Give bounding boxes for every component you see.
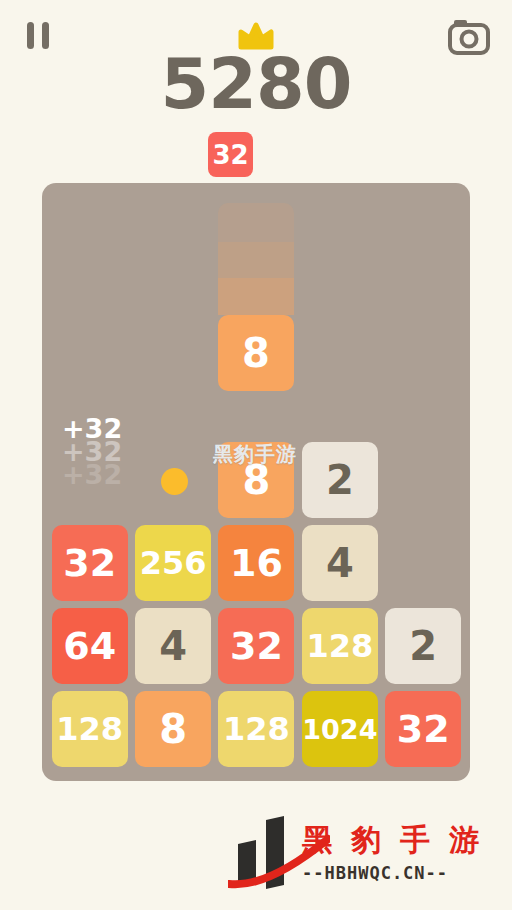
- falling-trail-segment: [218, 203, 294, 242]
- tile-8[interactable]: 8: [135, 691, 211, 767]
- tile-256[interactable]: 256: [135, 525, 211, 601]
- pause-icon: [27, 22, 34, 49]
- tile-128[interactable]: 128: [52, 691, 128, 767]
- tile-128[interactable]: 128: [218, 691, 294, 767]
- tile-64[interactable]: 64: [52, 608, 128, 684]
- tile-stack-grid: 82322561646443212821288128102432: [48, 438, 465, 771]
- score-value: 5280: [0, 48, 512, 120]
- tile-32[interactable]: 32: [218, 608, 294, 684]
- game-board[interactable]: 8 +32 +32 +32 黑豹手游 823225616464432128212…: [42, 183, 470, 781]
- watermark-text: 黑豹手游: [170, 441, 340, 468]
- tile-32[interactable]: 32: [385, 691, 461, 767]
- tile-2[interactable]: 2: [385, 608, 461, 684]
- falling-tile: 8: [218, 315, 294, 391]
- falling-trail-segment: [218, 242, 294, 278]
- game-screen: 5280 32 8 +32 +32 +32 黑豹手游 8232256164644…: [0, 0, 512, 910]
- tile-32[interactable]: 32: [52, 525, 128, 601]
- tile-16[interactable]: 16: [218, 525, 294, 601]
- tile-128[interactable]: 128: [302, 608, 378, 684]
- pause-icon: [42, 22, 49, 49]
- tile-4[interactable]: 4: [135, 608, 211, 684]
- falling-trail-segment: [218, 278, 294, 315]
- brand-name: 黑豹手游: [302, 820, 512, 861]
- next-tile-preview: 32: [208, 132, 253, 177]
- tile-1024[interactable]: 1024: [302, 691, 378, 767]
- pause-button[interactable]: [27, 22, 51, 50]
- tile-4[interactable]: 4: [302, 525, 378, 601]
- brand-url: --HBHWQC.CN--: [302, 863, 512, 883]
